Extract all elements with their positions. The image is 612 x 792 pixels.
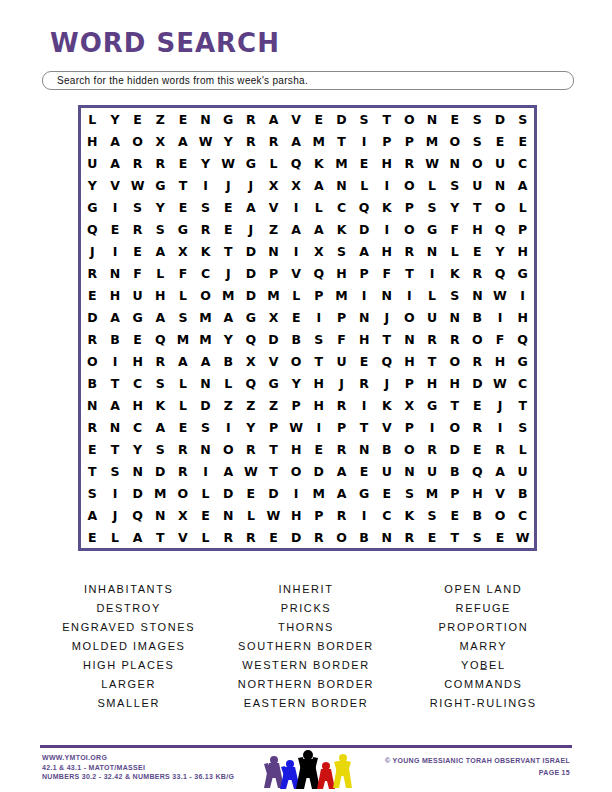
grid-cell[interactable]: Y xyxy=(443,196,466,218)
grid-cell[interactable]: S xyxy=(126,196,149,218)
grid-cell[interactable]: X xyxy=(262,174,285,196)
grid-cell[interactable]: V xyxy=(489,482,512,504)
grid-cell[interactable]: N xyxy=(126,460,149,482)
grid-cell[interactable]: P xyxy=(398,372,421,394)
grid-cell[interactable]: W xyxy=(421,152,444,174)
grid-cell[interactable]: A xyxy=(172,350,195,372)
grid-cell[interactable]: N xyxy=(81,394,104,416)
grid-cell[interactable]: C xyxy=(511,504,534,526)
grid-cell[interactable]: J xyxy=(375,372,398,394)
grid-cell[interactable]: G xyxy=(172,218,195,240)
grid-cell[interactable]: L xyxy=(511,438,534,460)
grid-cell[interactable]: S xyxy=(81,482,104,504)
grid-cell[interactable]: E xyxy=(353,350,376,372)
grid-cell[interactable]: E xyxy=(240,482,263,504)
grid-cell[interactable]: Y xyxy=(194,152,217,174)
grid-cell[interactable]: C xyxy=(330,196,353,218)
grid-cell[interactable]: T xyxy=(375,328,398,350)
grid-cell[interactable]: Q xyxy=(81,218,104,240)
grid-cell[interactable]: N xyxy=(217,504,240,526)
grid-cell[interactable]: R xyxy=(398,240,421,262)
grid-cell[interactable]: S xyxy=(466,108,489,130)
grid-cell[interactable]: E xyxy=(81,526,104,548)
grid-cell[interactable]: S xyxy=(307,328,330,350)
grid-cell[interactable]: H xyxy=(149,284,172,306)
grid-cell[interactable]: H xyxy=(81,130,104,152)
grid-cell[interactable]: I xyxy=(353,130,376,152)
grid-cell[interactable]: I xyxy=(285,196,308,218)
grid-cell[interactable]: Q xyxy=(375,350,398,372)
grid-cell[interactable]: Q xyxy=(126,504,149,526)
grid-cell[interactable]: Y xyxy=(217,130,240,152)
grid-cell[interactable]: E xyxy=(126,108,149,130)
grid-cell[interactable]: H xyxy=(511,306,534,328)
grid-cell[interactable]: L xyxy=(262,152,285,174)
grid-cell[interactable]: L xyxy=(217,372,240,394)
grid-cell[interactable]: Q xyxy=(489,218,512,240)
grid-cell[interactable]: N xyxy=(353,306,376,328)
grid-cell[interactable]: L xyxy=(511,196,534,218)
grid-cell[interactable]: H xyxy=(466,482,489,504)
grid-cell[interactable]: F xyxy=(489,328,512,350)
grid-cell[interactable]: K xyxy=(194,240,217,262)
grid-cell[interactable]: R xyxy=(443,328,466,350)
grid-cell[interactable]: S xyxy=(330,240,353,262)
grid-cell[interactable]: Z xyxy=(240,394,263,416)
grid-cell[interactable]: F xyxy=(330,328,353,350)
grid-cell[interactable]: M xyxy=(194,328,217,350)
grid-cell[interactable]: S xyxy=(421,196,444,218)
grid-cell[interactable]: R xyxy=(330,438,353,460)
grid-cell[interactable]: P xyxy=(262,416,285,438)
grid-cell[interactable]: O xyxy=(285,350,308,372)
grid-cell[interactable]: J xyxy=(104,504,127,526)
grid-cell[interactable]: R xyxy=(240,438,263,460)
grid-cell[interactable]: V xyxy=(172,526,195,548)
grid-cell[interactable]: S xyxy=(443,174,466,196)
grid-cell[interactable]: D xyxy=(330,108,353,130)
grid-cell[interactable]: O xyxy=(81,350,104,372)
grid-cell[interactable]: H xyxy=(398,350,421,372)
grid-cell[interactable]: X xyxy=(172,240,195,262)
grid-cell[interactable]: I xyxy=(489,306,512,328)
grid-cell[interactable]: D xyxy=(262,482,285,504)
grid-cell[interactable]: J xyxy=(240,174,263,196)
grid-cell[interactable]: Q xyxy=(307,262,330,284)
grid-cell[interactable]: O xyxy=(443,350,466,372)
grid-cell[interactable]: Y xyxy=(217,328,240,350)
grid-cell[interactable]: R xyxy=(81,262,104,284)
grid-cell[interactable]: S xyxy=(104,460,127,482)
grid-cell[interactable]: Q xyxy=(285,152,308,174)
grid-cell[interactable]: A xyxy=(172,130,195,152)
grid-cell[interactable]: G xyxy=(81,196,104,218)
grid-cell[interactable]: L xyxy=(81,108,104,130)
grid-cell[interactable]: K xyxy=(375,394,398,416)
grid-cell[interactable]: H xyxy=(285,504,308,526)
grid-cell[interactable]: T xyxy=(172,174,195,196)
grid-cell[interactable]: N xyxy=(421,108,444,130)
grid-cell[interactable]: N xyxy=(375,526,398,548)
grid-cell[interactable]: O xyxy=(285,460,308,482)
grid-cell[interactable]: U xyxy=(330,350,353,372)
grid-cell[interactable]: T xyxy=(307,350,330,372)
grid-cell[interactable]: G xyxy=(353,482,376,504)
grid-cell[interactable]: O xyxy=(398,218,421,240)
grid-cell[interactable]: T xyxy=(375,108,398,130)
grid-cell[interactable]: R xyxy=(307,526,330,548)
grid-cell[interactable]: D xyxy=(126,482,149,504)
grid-cell[interactable]: O xyxy=(443,416,466,438)
grid-cell[interactable]: D xyxy=(489,108,512,130)
grid-cell[interactable]: K xyxy=(149,394,172,416)
grid-cell[interactable]: E xyxy=(353,152,376,174)
grid-cell[interactable]: J xyxy=(81,240,104,262)
grid-cell[interactable]: K xyxy=(443,262,466,284)
grid-cell[interactable]: D xyxy=(149,460,172,482)
grid-cell[interactable]: L xyxy=(172,372,195,394)
grid-cell[interactable]: W xyxy=(511,526,534,548)
grid-cell[interactable]: T xyxy=(443,526,466,548)
grid-cell[interactable]: S xyxy=(511,416,534,438)
grid-cell[interactable]: O xyxy=(466,328,489,350)
grid-cell[interactable]: A xyxy=(104,152,127,174)
grid-cell[interactable]: R xyxy=(240,526,263,548)
grid-cell[interactable]: B xyxy=(443,460,466,482)
grid-cell[interactable]: G xyxy=(511,262,534,284)
grid-cell[interactable]: I xyxy=(104,240,127,262)
grid-cell[interactable]: E xyxy=(217,218,240,240)
grid-cell[interactable]: I xyxy=(353,504,376,526)
grid-cell[interactable]: N xyxy=(398,460,421,482)
grid-cell[interactable]: A xyxy=(81,504,104,526)
grid-cell[interactable]: U xyxy=(511,460,534,482)
grid-cell[interactable]: W xyxy=(489,284,512,306)
grid-cell[interactable]: A xyxy=(285,218,308,240)
grid-cell[interactable]: M xyxy=(217,284,240,306)
grid-cell[interactable]: G xyxy=(126,306,149,328)
grid-cell[interactable]: N xyxy=(330,174,353,196)
grid-cell[interactable]: Q xyxy=(466,460,489,482)
grid-cell[interactable]: R xyxy=(489,438,512,460)
grid-cell[interactable]: A xyxy=(240,196,263,218)
grid-cell[interactable]: N xyxy=(104,416,127,438)
grid-cell[interactable]: C xyxy=(194,262,217,284)
grid-cell[interactable]: N xyxy=(421,240,444,262)
grid-cell[interactable]: E xyxy=(489,130,512,152)
grid-cell[interactable]: U xyxy=(81,152,104,174)
grid-cell[interactable]: A xyxy=(307,218,330,240)
grid-cell[interactable]: G xyxy=(262,372,285,394)
grid-cell[interactable]: E xyxy=(466,438,489,460)
grid-cell[interactable]: N xyxy=(353,438,376,460)
grid-cell[interactable]: H xyxy=(375,240,398,262)
grid-cell[interactable]: E xyxy=(262,526,285,548)
grid-cell[interactable]: E xyxy=(307,438,330,460)
grid-cell[interactable]: X xyxy=(149,130,172,152)
grid-cell[interactable]: B xyxy=(466,306,489,328)
grid-cell[interactable]: R xyxy=(398,526,421,548)
grid-cell[interactable]: M xyxy=(330,152,353,174)
grid-cell[interactable]: B xyxy=(375,438,398,460)
grid-cell[interactable]: Q xyxy=(240,328,263,350)
grid-cell[interactable]: S xyxy=(466,130,489,152)
grid-cell[interactable]: E xyxy=(443,108,466,130)
grid-cell[interactable]: Y xyxy=(81,174,104,196)
grid-cell[interactable]: W xyxy=(262,504,285,526)
grid-cell[interactable]: J xyxy=(489,394,512,416)
grid-cell[interactable]: E xyxy=(81,284,104,306)
grid-cell[interactable]: R xyxy=(217,526,240,548)
grid-cell[interactable]: J xyxy=(375,306,398,328)
grid-cell[interactable]: T xyxy=(149,526,172,548)
grid-cell[interactable]: N xyxy=(149,504,172,526)
grid-cell[interactable]: H xyxy=(489,350,512,372)
grid-cell[interactable]: A xyxy=(149,416,172,438)
grid-cell[interactable]: P xyxy=(307,504,330,526)
grid-cell[interactable]: R xyxy=(466,262,489,284)
grid-cell[interactable]: O xyxy=(443,130,466,152)
grid-cell[interactable]: W xyxy=(240,460,263,482)
grid-cell[interactable]: S xyxy=(353,108,376,130)
grid-cell[interactable]: K xyxy=(375,196,398,218)
grid-cell[interactable]: I xyxy=(489,416,512,438)
grid-cell[interactable]: B xyxy=(466,504,489,526)
grid-cell[interactable]: G xyxy=(511,350,534,372)
grid-cell[interactable]: H xyxy=(104,284,127,306)
grid-cell[interactable]: V xyxy=(285,108,308,130)
grid-cell[interactable]: I xyxy=(285,240,308,262)
grid-cell[interactable]: H xyxy=(330,262,353,284)
grid-cell[interactable]: B xyxy=(104,328,127,350)
grid-cell[interactable]: Q xyxy=(511,328,534,350)
grid-cell[interactable]: N xyxy=(104,262,127,284)
grid-cell[interactable]: H xyxy=(375,152,398,174)
grid-cell[interactable]: E xyxy=(466,394,489,416)
grid-cell[interactable]: I xyxy=(104,196,127,218)
grid-cell[interactable]: E xyxy=(172,416,195,438)
grid-cell[interactable]: P xyxy=(330,416,353,438)
grid-cell[interactable]: X xyxy=(172,504,195,526)
grid-cell[interactable]: I xyxy=(421,416,444,438)
grid-cell[interactable]: B xyxy=(511,482,534,504)
grid-cell[interactable]: T xyxy=(511,394,534,416)
grid-cell[interactable]: X xyxy=(262,306,285,328)
grid-cell[interactable]: L xyxy=(194,482,217,504)
grid-cell[interactable]: A xyxy=(330,482,353,504)
grid-cell[interactable]: N xyxy=(489,174,512,196)
grid-cell[interactable]: I xyxy=(511,284,534,306)
grid-cell[interactable]: C xyxy=(126,416,149,438)
grid-cell[interactable]: H xyxy=(466,218,489,240)
grid-cell[interactable]: T xyxy=(81,460,104,482)
grid-cell[interactable]: I xyxy=(104,350,127,372)
grid-cell[interactable]: T xyxy=(262,438,285,460)
grid-cell[interactable]: E xyxy=(217,196,240,218)
grid-cell[interactable]: L xyxy=(285,284,308,306)
grid-cell[interactable]: D xyxy=(240,262,263,284)
grid-cell[interactable]: X xyxy=(240,350,263,372)
grid-cell[interactable]: R xyxy=(194,218,217,240)
grid-cell[interactable]: P xyxy=(511,218,534,240)
grid-cell[interactable]: H xyxy=(443,372,466,394)
grid-cell[interactable]: I xyxy=(104,482,127,504)
grid-cell[interactable]: Y xyxy=(104,108,127,130)
grid-cell[interactable]: L xyxy=(104,526,127,548)
grid-cell[interactable]: X xyxy=(307,240,330,262)
grid-cell[interactable]: U xyxy=(466,174,489,196)
grid-cell[interactable]: R xyxy=(353,372,376,394)
grid-cell[interactable]: V xyxy=(375,416,398,438)
grid-cell[interactable]: I xyxy=(217,416,240,438)
grid-cell[interactable]: G xyxy=(240,152,263,174)
grid-cell[interactable]: D xyxy=(81,306,104,328)
grid-cell[interactable]: M xyxy=(262,284,285,306)
grid-cell[interactable]: T xyxy=(398,262,421,284)
grid-cell[interactable]: W xyxy=(489,372,512,394)
grid-cell[interactable]: J xyxy=(217,262,240,284)
grid-cell[interactable]: O xyxy=(398,438,421,460)
grid-cell[interactable]: D xyxy=(466,372,489,394)
grid-cell[interactable]: R xyxy=(240,108,263,130)
grid-cell[interactable]: E xyxy=(285,306,308,328)
grid-cell[interactable]: Y xyxy=(285,372,308,394)
grid-cell[interactable]: M xyxy=(149,482,172,504)
grid-cell[interactable]: M xyxy=(307,482,330,504)
grid-cell[interactable]: E xyxy=(81,438,104,460)
grid-cell[interactable]: L xyxy=(172,394,195,416)
grid-cell[interactable]: I xyxy=(353,284,376,306)
grid-cell[interactable]: I xyxy=(375,174,398,196)
grid-cell[interactable]: R xyxy=(421,438,444,460)
grid-cell[interactable]: L xyxy=(194,526,217,548)
grid-cell[interactable]: S xyxy=(466,526,489,548)
grid-cell[interactable]: O xyxy=(126,130,149,152)
grid-cell[interactable]: K xyxy=(330,218,353,240)
grid-cell[interactable]: V xyxy=(262,350,285,372)
grid-cell[interactable]: T xyxy=(330,130,353,152)
grid-cell[interactable]: P xyxy=(353,262,376,284)
grid-cell[interactable]: N xyxy=(194,438,217,460)
grid-cell[interactable]: A xyxy=(489,460,512,482)
grid-cell[interactable]: Q xyxy=(489,262,512,284)
grid-cell[interactable]: S xyxy=(172,306,195,328)
grid-cell[interactable]: E xyxy=(421,526,444,548)
grid-cell[interactable]: E xyxy=(172,152,195,174)
grid-cell[interactable]: B xyxy=(353,526,376,548)
grid-cell[interactable]: S xyxy=(149,218,172,240)
grid-cell[interactable]: U xyxy=(126,284,149,306)
grid-cell[interactable]: E xyxy=(172,108,195,130)
grid-cell[interactable]: M xyxy=(421,130,444,152)
grid-cell[interactable]: L xyxy=(443,240,466,262)
grid-cell[interactable]: D xyxy=(262,328,285,350)
grid-cell[interactable]: O xyxy=(194,284,217,306)
grid-cell[interactable]: A xyxy=(104,306,127,328)
grid-cell[interactable]: A xyxy=(126,526,149,548)
grid-cell[interactable]: E xyxy=(172,196,195,218)
grid-cell[interactable]: O xyxy=(398,108,421,130)
grid-cell[interactable]: R xyxy=(466,416,489,438)
grid-cell[interactable]: D xyxy=(307,460,330,482)
grid-cell[interactable]: W xyxy=(126,174,149,196)
grid-cell[interactable]: B xyxy=(217,350,240,372)
grid-cell[interactable]: N xyxy=(443,152,466,174)
grid-cell[interactable]: D xyxy=(217,482,240,504)
grid-cell[interactable]: R xyxy=(262,130,285,152)
grid-cell[interactable]: L xyxy=(421,174,444,196)
grid-cell[interactable]: A xyxy=(330,460,353,482)
grid-cell[interactable]: A xyxy=(149,306,172,328)
grid-cell[interactable]: X xyxy=(398,394,421,416)
grid-cell[interactable]: Z xyxy=(262,218,285,240)
grid-cell[interactable]: I xyxy=(353,394,376,416)
grid-cell[interactable]: T xyxy=(466,196,489,218)
grid-cell[interactable]: R xyxy=(398,152,421,174)
grid-cell[interactable]: F xyxy=(172,262,195,284)
grid-cell[interactable]: R xyxy=(330,504,353,526)
grid-cell[interactable]: A xyxy=(194,350,217,372)
grid-cell[interactable]: K xyxy=(398,504,421,526)
grid-cell[interactable]: P xyxy=(285,394,308,416)
grid-cell[interactable]: F xyxy=(375,262,398,284)
grid-cell[interactable]: J xyxy=(330,372,353,394)
grid-cell[interactable]: G xyxy=(240,306,263,328)
grid-cell[interactable]: A xyxy=(217,460,240,482)
grid-cell[interactable]: S xyxy=(149,438,172,460)
grid-cell[interactable]: N xyxy=(443,306,466,328)
grid-cell[interactable]: E xyxy=(489,526,512,548)
grid-cell[interactable]: R xyxy=(81,416,104,438)
grid-cell[interactable]: A xyxy=(104,394,127,416)
grid-cell[interactable]: J xyxy=(217,174,240,196)
grid-cell[interactable]: W xyxy=(194,130,217,152)
grid-cell[interactable]: P xyxy=(262,262,285,284)
grid-cell[interactable]: L xyxy=(421,284,444,306)
grid-cell[interactable]: I xyxy=(398,284,421,306)
grid-cell[interactable]: Z xyxy=(217,394,240,416)
grid-cell[interactable]: O xyxy=(398,174,421,196)
grid-cell[interactable]: B xyxy=(81,372,104,394)
grid-cell[interactable]: Y xyxy=(126,438,149,460)
grid-cell[interactable]: U xyxy=(489,152,512,174)
grid-cell[interactable]: Q xyxy=(149,328,172,350)
grid-cell[interactable]: N xyxy=(194,108,217,130)
grid-cell[interactable]: C xyxy=(511,372,534,394)
grid-cell[interactable]: A xyxy=(149,240,172,262)
grid-cell[interactable]: A xyxy=(307,174,330,196)
grid-cell[interactable]: L xyxy=(353,174,376,196)
grid-cell[interactable]: A xyxy=(104,130,127,152)
grid-cell[interactable]: R xyxy=(81,328,104,350)
grid-cell[interactable]: H xyxy=(126,350,149,372)
grid-cell[interactable]: O xyxy=(172,482,195,504)
grid-cell[interactable]: O xyxy=(466,152,489,174)
grid-cell[interactable]: A xyxy=(262,108,285,130)
grid-cell[interactable]: I xyxy=(194,174,217,196)
grid-cell[interactable]: A xyxy=(217,306,240,328)
grid-cell[interactable]: G xyxy=(149,174,172,196)
grid-cell[interactable]: M xyxy=(330,284,353,306)
grid-cell[interactable]: I xyxy=(307,416,330,438)
grid-cell[interactable]: P xyxy=(398,130,421,152)
grid-cell[interactable]: I xyxy=(307,306,330,328)
grid-cell[interactable]: S xyxy=(194,196,217,218)
grid-cell[interactable]: I xyxy=(421,262,444,284)
grid-cell[interactable]: O xyxy=(489,196,512,218)
grid-cell[interactable]: S xyxy=(511,108,534,130)
grid-cell[interactable]: H xyxy=(307,372,330,394)
